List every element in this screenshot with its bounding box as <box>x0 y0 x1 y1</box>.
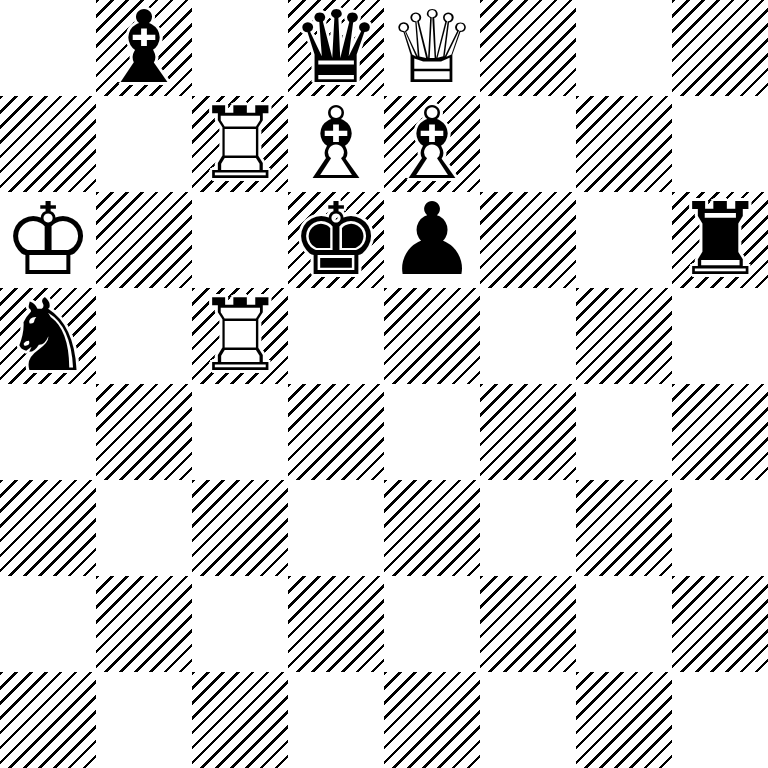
square-a6[interactable]: ♚♔ <box>0 192 96 288</box>
square-c4[interactable] <box>192 384 288 480</box>
square-b4[interactable] <box>96 384 192 480</box>
square-d6[interactable]: ♚♚ <box>288 192 384 288</box>
square-e3[interactable] <box>384 480 480 576</box>
square-f6[interactable] <box>480 192 576 288</box>
square-e8[interactable]: ♛♕ <box>384 0 480 96</box>
piece-black-rook: ♜♜ <box>672 192 768 288</box>
piece-white-rook: ♜♖ <box>192 96 288 192</box>
square-f4[interactable] <box>480 384 576 480</box>
piece-black-knight: ♞♞ <box>0 288 96 384</box>
piece-glyph: ♚ <box>288 192 384 288</box>
square-f8[interactable] <box>480 0 576 96</box>
piece-glyph: ♖ <box>192 288 288 384</box>
piece-black-pawn: ♟♟ <box>384 192 480 288</box>
square-a1[interactable] <box>0 672 96 768</box>
square-e1[interactable] <box>384 672 480 768</box>
square-h8[interactable] <box>672 0 768 96</box>
piece-glyph: ♝ <box>96 0 192 96</box>
square-b6[interactable] <box>96 192 192 288</box>
square-d2[interactable] <box>288 576 384 672</box>
piece-glyph: ♗ <box>288 96 384 192</box>
piece-white-rook: ♜♖ <box>192 288 288 384</box>
square-b1[interactable] <box>96 672 192 768</box>
square-d8[interactable]: ♛♛ <box>288 0 384 96</box>
piece-glyph: ♕ <box>384 0 480 96</box>
square-a8[interactable] <box>0 0 96 96</box>
square-e6[interactable]: ♟♟ <box>384 192 480 288</box>
square-h1[interactable] <box>672 672 768 768</box>
square-b2[interactable] <box>96 576 192 672</box>
square-h6[interactable]: ♜♜ <box>672 192 768 288</box>
square-d1[interactable] <box>288 672 384 768</box>
piece-black-bishop: ♝♝ <box>96 0 192 96</box>
square-a2[interactable] <box>0 576 96 672</box>
square-f2[interactable] <box>480 576 576 672</box>
square-e4[interactable] <box>384 384 480 480</box>
square-c3[interactable] <box>192 480 288 576</box>
square-g4[interactable] <box>576 384 672 480</box>
square-e5[interactable] <box>384 288 480 384</box>
piece-glyph: ♔ <box>0 192 96 288</box>
square-h4[interactable] <box>672 384 768 480</box>
piece-white-king: ♚♔ <box>0 192 96 288</box>
square-g6[interactable] <box>576 192 672 288</box>
square-g5[interactable] <box>576 288 672 384</box>
square-e2[interactable] <box>384 576 480 672</box>
square-f1[interactable] <box>480 672 576 768</box>
piece-white-bishop: ♝♗ <box>288 96 384 192</box>
piece-black-king: ♚♚ <box>288 192 384 288</box>
square-h7[interactable] <box>672 96 768 192</box>
piece-glyph: ♗ <box>384 96 480 192</box>
square-g8[interactable] <box>576 0 672 96</box>
square-f7[interactable] <box>480 96 576 192</box>
square-c2[interactable] <box>192 576 288 672</box>
square-c5[interactable]: ♜♖ <box>192 288 288 384</box>
piece-white-bishop: ♝♗ <box>384 96 480 192</box>
piece-glyph: ♞ <box>0 288 96 384</box>
square-d4[interactable] <box>288 384 384 480</box>
square-a4[interactable] <box>0 384 96 480</box>
square-b3[interactable] <box>96 480 192 576</box>
square-h2[interactable] <box>672 576 768 672</box>
piece-white-queen: ♛♕ <box>384 0 480 96</box>
square-h3[interactable] <box>672 480 768 576</box>
square-f3[interactable] <box>480 480 576 576</box>
square-g2[interactable] <box>576 576 672 672</box>
square-c1[interactable] <box>192 672 288 768</box>
square-b8[interactable]: ♝♝ <box>96 0 192 96</box>
square-f5[interactable] <box>480 288 576 384</box>
square-g1[interactable] <box>576 672 672 768</box>
piece-glyph: ♟ <box>384 192 480 288</box>
square-h5[interactable] <box>672 288 768 384</box>
square-b7[interactable] <box>96 96 192 192</box>
square-c8[interactable] <box>192 0 288 96</box>
chess-board: ♝♝♛♛♛♕♜♖♝♗♝♗♚♔♚♚♟♟♜♜♞♞♜♖ <box>0 0 768 768</box>
square-c7[interactable]: ♜♖ <box>192 96 288 192</box>
square-g3[interactable] <box>576 480 672 576</box>
square-d3[interactable] <box>288 480 384 576</box>
square-g7[interactable] <box>576 96 672 192</box>
piece-glyph: ♖ <box>192 96 288 192</box>
square-a7[interactable] <box>0 96 96 192</box>
square-d5[interactable] <box>288 288 384 384</box>
piece-glyph: ♛ <box>288 0 384 96</box>
square-c6[interactable] <box>192 192 288 288</box>
square-a5[interactable]: ♞♞ <box>0 288 96 384</box>
piece-glyph: ♜ <box>672 192 768 288</box>
square-a3[interactable] <box>0 480 96 576</box>
piece-black-queen: ♛♛ <box>288 0 384 96</box>
square-b5[interactable] <box>96 288 192 384</box>
square-d7[interactable]: ♝♗ <box>288 96 384 192</box>
square-e7[interactable]: ♝♗ <box>384 96 480 192</box>
